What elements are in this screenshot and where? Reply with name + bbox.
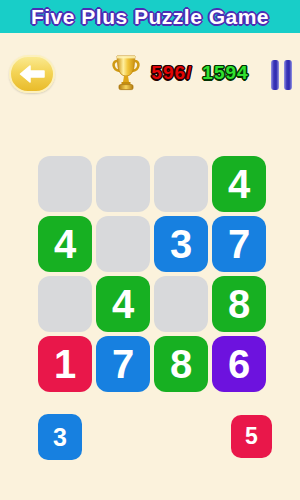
score-best: 1594 — [202, 62, 248, 84]
game-screen: Five Plus Puzzle Game — [0, 0, 300, 500]
tile-7[interactable]: 7 — [96, 336, 150, 392]
empty-cell[interactable] — [38, 276, 92, 332]
app-title: Five Plus Puzzle Game — [31, 5, 269, 29]
tray-tile-5[interactable]: 5 — [231, 415, 272, 458]
empty-cell[interactable] — [154, 156, 208, 212]
empty-cell[interactable] — [96, 216, 150, 272]
empty-cell[interactable] — [96, 156, 150, 212]
back-button[interactable] — [9, 55, 55, 93]
empty-cell[interactable] — [38, 156, 92, 212]
score-bar: 596/ 1594 — [70, 50, 290, 96]
trophy-icon — [111, 52, 141, 94]
tile-7[interactable]: 7 — [212, 216, 266, 272]
tile-1[interactable]: 1 — [38, 336, 92, 392]
tile-4[interactable]: 4 — [38, 216, 92, 272]
score-current: 596/ — [151, 62, 192, 84]
pause-icon — [284, 60, 292, 90]
tile-4[interactable]: 4 — [212, 156, 266, 212]
tile-8[interactable]: 8 — [212, 276, 266, 332]
back-arrow-icon — [19, 65, 45, 83]
app-header: Five Plus Puzzle Game — [0, 0, 300, 33]
empty-cell[interactable] — [154, 276, 208, 332]
board-grid: 4437481786 — [38, 156, 266, 392]
tile-4[interactable]: 4 — [96, 276, 150, 332]
tile-3[interactable]: 3 — [154, 216, 208, 272]
tray-tile-3[interactable]: 3 — [38, 414, 82, 460]
pause-icon — [271, 60, 279, 90]
tile-6[interactable]: 6 — [212, 336, 266, 392]
tile-8[interactable]: 8 — [154, 336, 208, 392]
pause-button[interactable] — [268, 59, 294, 91]
